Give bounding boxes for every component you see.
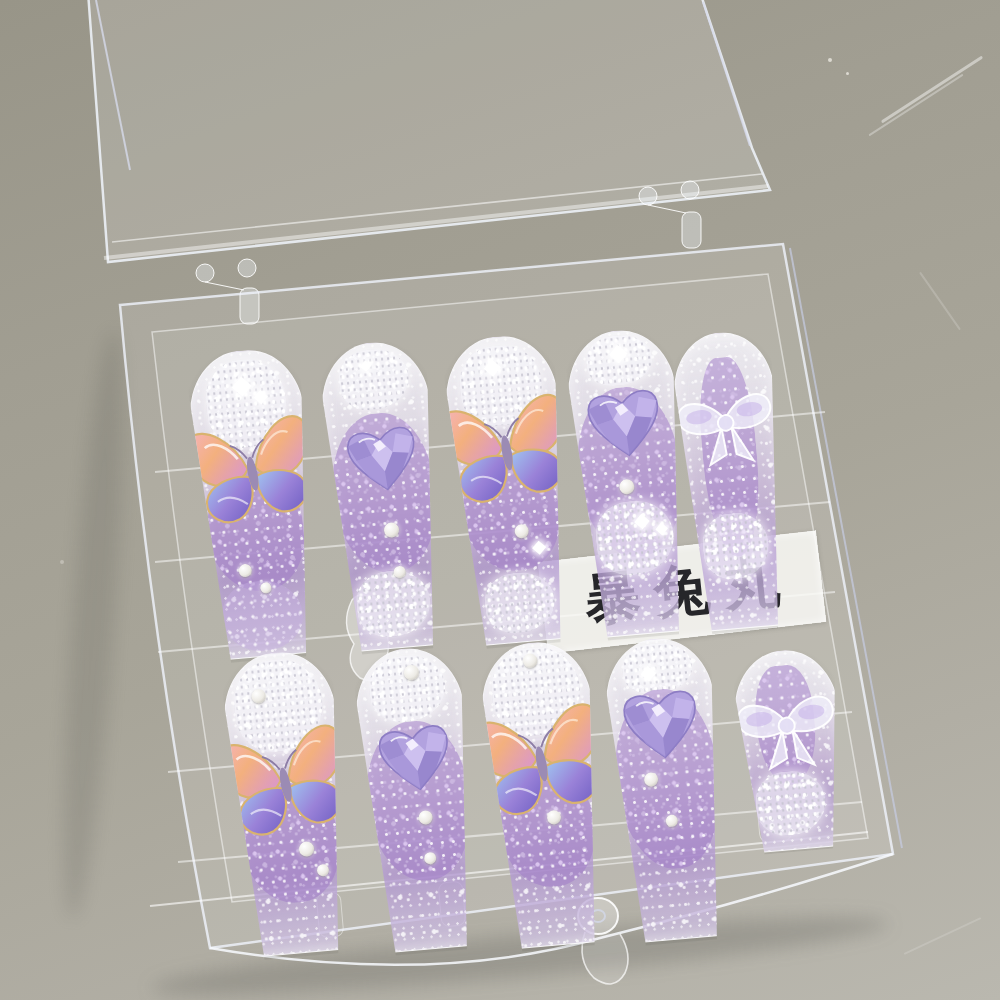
pearl xyxy=(238,564,252,578)
glitter-patch xyxy=(203,356,290,451)
glitter-patch xyxy=(482,570,557,636)
heart-gem-charm xyxy=(612,676,709,768)
glitter-patch xyxy=(753,768,828,838)
pearl xyxy=(298,841,314,857)
pearl xyxy=(514,524,529,539)
rhinestone xyxy=(484,360,501,377)
rhinestone xyxy=(634,514,649,529)
pearl xyxy=(546,810,561,825)
glitter-patch xyxy=(752,663,820,788)
glitter-patch xyxy=(694,355,765,559)
rhinestone xyxy=(532,541,546,555)
pearl xyxy=(383,522,399,538)
rhinestone xyxy=(641,666,656,681)
rhinestone xyxy=(232,377,252,397)
heart-gem-charm xyxy=(576,376,672,467)
pearl xyxy=(424,852,437,865)
rhinestone xyxy=(609,345,627,363)
glitter-patch xyxy=(457,342,546,429)
pearl xyxy=(393,565,406,578)
rhinestone xyxy=(360,360,371,371)
pearl xyxy=(316,864,329,877)
rhinestone xyxy=(254,390,268,404)
box-lid xyxy=(88,0,770,262)
glitter-patch xyxy=(367,652,448,724)
pearl xyxy=(523,653,538,668)
glitter-patch xyxy=(336,347,411,413)
pearl xyxy=(260,582,272,594)
glitter-patch xyxy=(458,451,564,575)
glitter-patch xyxy=(202,467,308,595)
rhinestone xyxy=(655,523,668,536)
pearl xyxy=(619,479,635,495)
heart-gem-charm xyxy=(336,413,429,501)
glitter-patch xyxy=(700,510,772,582)
pearl xyxy=(665,814,678,827)
bow-charm xyxy=(669,371,787,481)
glitter-patch xyxy=(354,567,433,639)
glitter-patch xyxy=(237,779,343,907)
glitter-patch xyxy=(593,498,677,579)
pearl xyxy=(403,664,419,680)
desk-background: 暴兔丸 xyxy=(0,0,1000,1000)
pearl xyxy=(251,689,266,704)
glitter-patch xyxy=(495,765,599,891)
glitter-patch xyxy=(620,641,694,697)
glitter-patch xyxy=(231,656,327,755)
heart-gem-charm xyxy=(368,711,463,801)
pearl xyxy=(418,810,433,825)
pearl xyxy=(644,772,659,787)
